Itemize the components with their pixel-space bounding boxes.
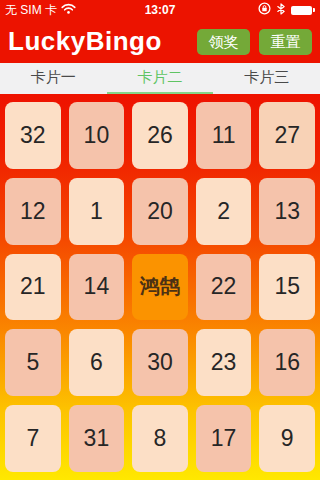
wifi-icon	[61, 3, 76, 17]
status-bar: 无 SIM 卡 13:07	[0, 0, 320, 20]
bingo-cell-r4c1[interactable]: 5	[5, 329, 61, 396]
bluetooth-icon	[276, 3, 286, 18]
page-title: LuckyBingo	[8, 26, 162, 57]
bingo-cell-r5c2[interactable]: 31	[69, 405, 125, 472]
tab-card-2[interactable]: 卡片二	[107, 63, 214, 94]
status-left: 无 SIM 卡	[5, 2, 76, 19]
bingo-cell-r4c5[interactable]: 16	[259, 329, 315, 396]
bingo-cell-r1c5[interactable]: 27	[259, 102, 315, 169]
bingo-cell-r5c5[interactable]: 9	[259, 405, 315, 472]
bingo-cell-r3c4[interactable]: 22	[196, 254, 252, 321]
bingo-cell-r2c1[interactable]: 12	[5, 178, 61, 245]
orientation-lock-icon	[258, 2, 271, 18]
app-header: LuckyBingo 领奖 重置	[0, 20, 320, 63]
bingo-cell-r4c4[interactable]: 23	[196, 329, 252, 396]
bingo-cell-r2c4[interactable]: 2	[196, 178, 252, 245]
bingo-cell-r3c5[interactable]: 15	[259, 254, 315, 321]
bingo-cell-r5c4[interactable]: 17	[196, 405, 252, 472]
free-center-cell[interactable]: 鸿鹄	[132, 254, 188, 321]
carrier-label: 无 SIM 卡	[5, 2, 57, 19]
tab-card-1[interactable]: 卡片一	[0, 63, 107, 94]
bingo-cell-r2c2[interactable]: 1	[69, 178, 125, 245]
bingo-cell-r5c1[interactable]: 7	[5, 405, 61, 472]
battery-icon	[291, 6, 315, 15]
bingo-cell-r1c4[interactable]: 11	[196, 102, 252, 169]
status-right	[258, 2, 315, 18]
claim-prize-button[interactable]: 领奖	[197, 29, 250, 55]
bingo-cell-r5c3[interactable]: 8	[132, 405, 188, 472]
tab-card-3[interactable]: 卡片三	[213, 63, 320, 94]
bingo-cell-r4c2[interactable]: 6	[69, 329, 125, 396]
reset-button[interactable]: 重置	[259, 29, 312, 55]
bingo-cell-r1c2[interactable]: 10	[69, 102, 125, 169]
header-buttons: 领奖 重置	[197, 29, 312, 55]
lucky-bingo-app: 无 SIM 卡 13:07	[0, 0, 320, 480]
bingo-grid: 3210261127121202132114鸿鹄2215563023167318…	[0, 94, 320, 480]
bingo-cell-r1c3[interactable]: 26	[132, 102, 188, 169]
bingo-cell-r4c3[interactable]: 30	[132, 329, 188, 396]
card-tab-bar: 卡片一 卡片二 卡片三	[0, 63, 320, 94]
bingo-cell-r3c2[interactable]: 14	[69, 254, 125, 321]
bingo-cell-r3c1[interactable]: 21	[5, 254, 61, 321]
bingo-cell-r2c3[interactable]: 20	[132, 178, 188, 245]
bingo-cell-r2c5[interactable]: 13	[259, 178, 315, 245]
bingo-cell-r1c1[interactable]: 32	[5, 102, 61, 169]
